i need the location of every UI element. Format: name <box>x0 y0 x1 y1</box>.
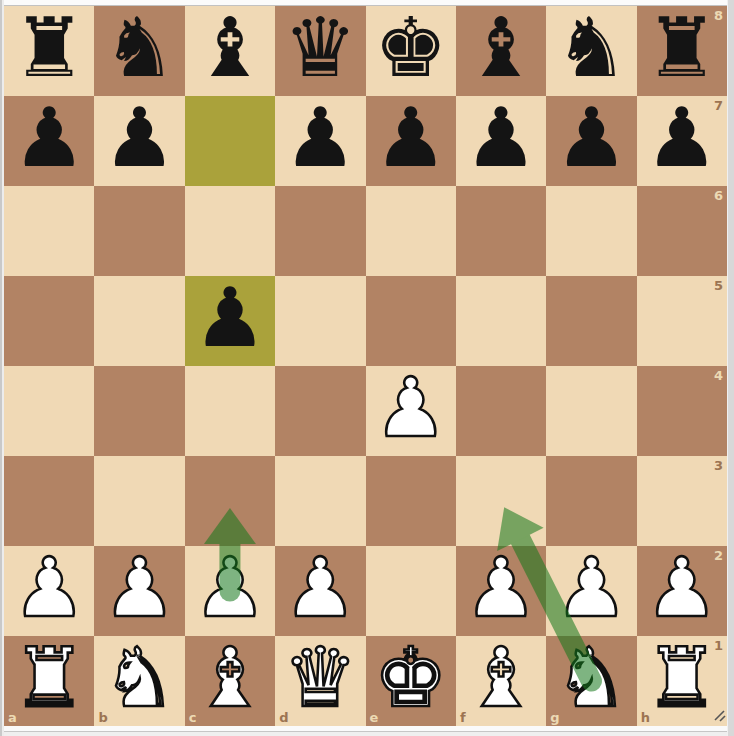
square-h8[interactable]: 8♜ <box>637 6 727 96</box>
piece-black-bishop[interactable]: ♝ <box>185 3 275 93</box>
square-a5[interactable] <box>4 276 94 366</box>
square-b1[interactable]: b♞ <box>94 636 184 726</box>
piece-white-bishop[interactable]: ♝ <box>456 633 546 723</box>
piece-black-rook[interactable]: ♜ <box>637 3 727 93</box>
square-c3[interactable] <box>185 456 275 546</box>
square-b7[interactable]: ♟ <box>94 96 184 186</box>
square-b2[interactable]: ♟ <box>94 546 184 636</box>
square-g2[interactable]: ♟ <box>546 546 636 636</box>
square-e2[interactable] <box>366 546 456 636</box>
piece-white-pawn[interactable]: ♟ <box>456 543 546 633</box>
piece-black-pawn[interactable]: ♟ <box>94 93 184 183</box>
square-e5[interactable] <box>366 276 456 366</box>
square-f1[interactable]: f♝ <box>456 636 546 726</box>
square-g5[interactable] <box>546 276 636 366</box>
square-e1[interactable]: e♚ <box>366 636 456 726</box>
piece-white-queen[interactable]: ♛ <box>275 633 365 723</box>
square-a6[interactable] <box>4 186 94 276</box>
piece-white-pawn[interactable]: ♟ <box>366 363 456 453</box>
square-a1[interactable]: a♜ <box>4 636 94 726</box>
square-f7[interactable]: ♟ <box>456 96 546 186</box>
chess-board: ♜♞♝♛♚♝♞8♜♟♟♟♟♟♟7♟6♟5♟43♟♟♟♟♟♟2♟a♜b♞c♝d♛e… <box>4 6 727 726</box>
square-c8[interactable]: ♝ <box>185 6 275 96</box>
square-c7[interactable] <box>185 96 275 186</box>
square-e4[interactable]: ♟ <box>366 366 456 456</box>
square-b8[interactable]: ♞ <box>94 6 184 96</box>
square-a8[interactable]: ♜ <box>4 6 94 96</box>
piece-black-pawn[interactable]: ♟ <box>546 93 636 183</box>
square-b6[interactable] <box>94 186 184 276</box>
square-h4[interactable]: 4 <box>637 366 727 456</box>
square-d5[interactable] <box>275 276 365 366</box>
piece-black-pawn[interactable]: ♟ <box>4 93 94 183</box>
piece-white-knight[interactable]: ♞ <box>94 633 184 723</box>
piece-black-pawn[interactable]: ♟ <box>185 273 275 363</box>
square-d3[interactable] <box>275 456 365 546</box>
square-g7[interactable]: ♟ <box>546 96 636 186</box>
square-g4[interactable] <box>546 366 636 456</box>
square-f6[interactable] <box>456 186 546 276</box>
square-f2[interactable]: ♟ <box>456 546 546 636</box>
piece-black-rook[interactable]: ♜ <box>4 3 94 93</box>
page-scrollbar-gutter[interactable] <box>727 0 734 736</box>
square-h6[interactable]: 6 <box>637 186 727 276</box>
piece-black-bishop[interactable]: ♝ <box>456 3 546 93</box>
piece-black-pawn[interactable]: ♟ <box>366 93 456 183</box>
square-b4[interactable] <box>94 366 184 456</box>
piece-white-pawn[interactable]: ♟ <box>4 543 94 633</box>
square-h7[interactable]: 7♟ <box>637 96 727 186</box>
square-c5[interactable]: ♟ <box>185 276 275 366</box>
square-e6[interactable] <box>366 186 456 276</box>
square-a4[interactable] <box>4 366 94 456</box>
square-f4[interactable] <box>456 366 546 456</box>
coord-rank-4: 4 <box>714 369 723 382</box>
square-g3[interactable] <box>546 456 636 546</box>
piece-black-knight[interactable]: ♞ <box>94 3 184 93</box>
square-c2[interactable]: ♟ <box>185 546 275 636</box>
piece-white-pawn[interactable]: ♟ <box>637 543 727 633</box>
piece-black-king[interactable]: ♚ <box>366 3 456 93</box>
piece-black-queen[interactable]: ♛ <box>275 3 365 93</box>
square-e8[interactable]: ♚ <box>366 6 456 96</box>
square-h2[interactable]: 2♟ <box>637 546 727 636</box>
piece-white-pawn[interactable]: ♟ <box>275 543 365 633</box>
square-d2[interactable]: ♟ <box>275 546 365 636</box>
square-b5[interactable] <box>94 276 184 366</box>
coord-rank-6: 6 <box>714 189 723 202</box>
square-h5[interactable]: 5 <box>637 276 727 366</box>
piece-white-pawn[interactable]: ♟ <box>546 543 636 633</box>
piece-white-pawn[interactable]: ♟ <box>185 543 275 633</box>
square-g6[interactable] <box>546 186 636 276</box>
square-h3[interactable]: 3 <box>637 456 727 546</box>
square-a7[interactable]: ♟ <box>4 96 94 186</box>
piece-black-knight[interactable]: ♞ <box>546 3 636 93</box>
square-a2[interactable]: ♟ <box>4 546 94 636</box>
square-d1[interactable]: d♛ <box>275 636 365 726</box>
piece-white-rook[interactable]: ♜ <box>4 633 94 723</box>
piece-white-king[interactable]: ♚ <box>366 633 456 723</box>
square-c6[interactable] <box>185 186 275 276</box>
square-f3[interactable] <box>456 456 546 546</box>
coord-rank-3: 3 <box>714 459 723 472</box>
square-d6[interactable] <box>275 186 365 276</box>
piece-white-pawn[interactable]: ♟ <box>94 543 184 633</box>
square-g8[interactable]: ♞ <box>546 6 636 96</box>
square-b3[interactable] <box>94 456 184 546</box>
piece-black-pawn[interactable]: ♟ <box>637 93 727 183</box>
coord-rank-5: 5 <box>714 279 723 292</box>
square-e3[interactable] <box>366 456 456 546</box>
square-f8[interactable]: ♝ <box>456 6 546 96</box>
page: ♜♞♝♛♚♝♞8♜♟♟♟♟♟♟7♟6♟5♟43♟♟♟♟♟♟2♟a♜b♞c♝d♛e… <box>0 0 734 736</box>
board-resize-handle[interactable] <box>712 708 728 724</box>
square-g1[interactable]: g♞ <box>546 636 636 726</box>
piece-black-pawn[interactable]: ♟ <box>275 93 365 183</box>
square-d8[interactable]: ♛ <box>275 6 365 96</box>
square-c4[interactable] <box>185 366 275 456</box>
square-e7[interactable]: ♟ <box>366 96 456 186</box>
piece-white-bishop[interactable]: ♝ <box>185 633 275 723</box>
square-c1[interactable]: c♝ <box>185 636 275 726</box>
page-bottom-edge <box>4 726 727 736</box>
square-f5[interactable] <box>456 276 546 366</box>
square-d4[interactable] <box>275 366 365 456</box>
square-d7[interactable]: ♟ <box>275 96 365 186</box>
square-a3[interactable] <box>4 456 94 546</box>
piece-white-knight[interactable]: ♞ <box>546 633 636 723</box>
piece-black-pawn[interactable]: ♟ <box>456 93 546 183</box>
